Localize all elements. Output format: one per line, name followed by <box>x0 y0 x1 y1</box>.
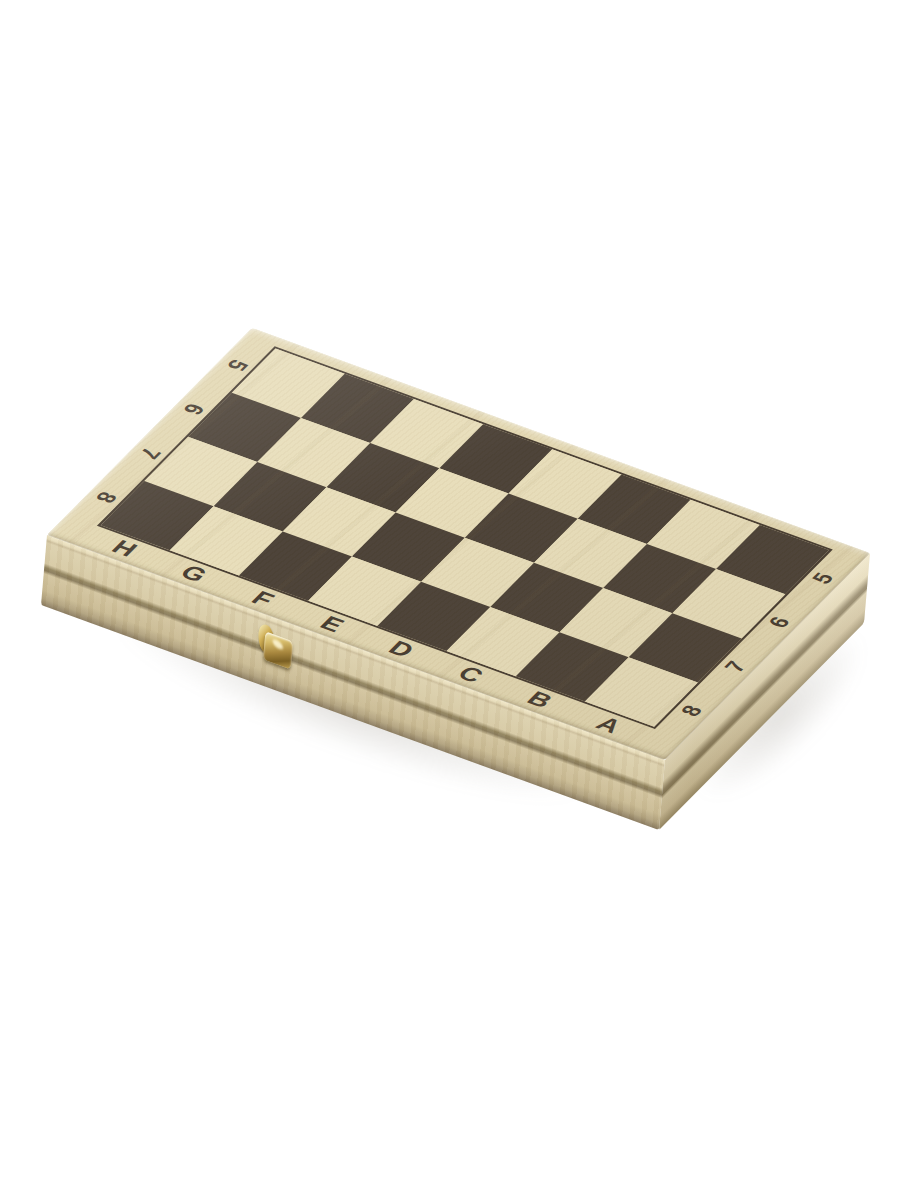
rank-number-text: 5 <box>807 569 840 586</box>
rank-number-text: 5 <box>221 356 254 373</box>
rank-number-text: 8 <box>676 702 709 719</box>
product-photo-stage: HGFEDCBA 5678 5678 <box>0 0 900 1200</box>
rank-number-text: 7 <box>719 658 752 675</box>
rank-number-text: 6 <box>763 614 796 631</box>
rank-number-text: 7 <box>133 444 166 461</box>
rank-number-text: 6 <box>177 400 210 417</box>
rank-number-text: 8 <box>90 489 123 506</box>
clasp-plate <box>263 631 293 669</box>
